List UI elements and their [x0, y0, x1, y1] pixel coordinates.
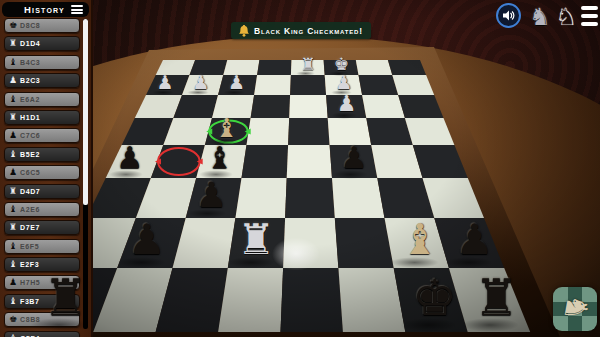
black-pawn-icon: ♟ — [9, 168, 20, 177]
black-bishop-icon: ♝ — [9, 242, 20, 251]
history-entry[interactable]: ♜D4D7 — [4, 184, 80, 199]
white-bishop-icon: ♝ — [9, 297, 20, 306]
history-entry[interactable]: ♜H1D1 — [4, 110, 80, 125]
white-rook-icon: ♜ — [9, 113, 20, 122]
history-move-text: F3B7 — [20, 298, 40, 305]
piece-white-rook-e7[interactable]: ♜ — [235, 219, 277, 261]
history-entry[interactable]: ♜D1D4 — [4, 36, 80, 51]
history-move-text: B2C3 — [20, 77, 40, 84]
history-entry[interactable]: ♜D7E7 — [4, 220, 80, 235]
banner-text: Black King Checkmated! — [254, 26, 363, 36]
history-entry[interactable]: ♟B2C3 — [4, 73, 80, 88]
fallen-piece-thumbnail[interactable]: ♞ — [553, 287, 597, 331]
piece-black-bishop-f5[interactable]: ♝ — [205, 143, 235, 173]
white-rook-icon: ♜ — [9, 223, 20, 232]
piece-black-pawn-h5[interactable]: ♟ — [115, 143, 145, 173]
history-move-text: E2F3 — [20, 261, 39, 268]
history-move-text: E6A2 — [20, 96, 40, 103]
piece-black-king-b8[interactable]: ♚ — [410, 273, 460, 323]
piece-white-pawn-h2[interactable]: ♟ — [156, 73, 175, 92]
piece-black-pawn-c5[interactable]: ♟ — [339, 143, 369, 173]
black-pawn-icon: ♟ — [9, 131, 20, 140]
metal-knight-icon[interactable]: ♞ — [527, 2, 553, 32]
piece-white-bishop-b7[interactable]: ♝ — [399, 219, 441, 261]
history-entry[interactable]: ♟C6C5 — [4, 165, 80, 180]
history-move-text: D4D7 — [20, 188, 40, 195]
history-title: History — [24, 4, 71, 15]
piece-black-pawn-g7[interactable]: ♟ — [126, 219, 168, 261]
history-entry[interactable]: ♝B4C3 — [4, 55, 80, 70]
history-move-text: E6F5 — [20, 243, 39, 250]
white-rook-icon: ♜ — [9, 187, 20, 196]
black-bishop-icon: ♝ — [9, 58, 20, 67]
piece-white-pawn-c3[interactable]: ♟ — [336, 93, 358, 115]
sound-icon[interactable] — [496, 3, 521, 28]
history-move-text: H1D1 — [20, 114, 40, 121]
piece-black-rook-h8[interactable]: ♜ — [40, 273, 90, 323]
piece-white-pawn-g2[interactable]: ♟ — [191, 73, 210, 92]
history-move-text: D1D4 — [20, 40, 40, 47]
white-bishop-icon: ♝ — [9, 260, 20, 269]
history-move-text: D8C8 — [20, 22, 40, 29]
history-move-text: A2E6 — [20, 206, 40, 213]
history-entry[interactable]: ♝B5E2 — [4, 147, 80, 162]
history-move-text: B4C3 — [20, 59, 40, 66]
history-menu-icon[interactable] — [71, 5, 83, 14]
history-move-text: C6C5 — [20, 169, 40, 176]
piece-white-rook-d1[interactable]: ♜ — [299, 56, 316, 73]
piece-white-pawn-f2[interactable]: ♟ — [227, 73, 246, 92]
black-king-icon: ♚ — [9, 315, 20, 324]
history-move-text: B5E2 — [20, 151, 40, 158]
white-bishop-icon: ♝ — [9, 150, 20, 159]
fallen-piece-icon: ♞ — [556, 288, 595, 327]
history-move-text: H7H5 — [20, 279, 40, 286]
black-bishop-icon: ♝ — [9, 95, 20, 104]
history-move-text: C7C6 — [20, 132, 40, 139]
history-entry[interactable]: ♚D8C8 — [4, 18, 80, 33]
white-bishop-icon: ♝ — [9, 334, 20, 337]
history-entry[interactable]: ♟C7C6 — [4, 128, 80, 143]
light-flare — [270, 236, 322, 272]
game-screen: ♚♜♟♟♟♟♟♝♝♟♟♟♝♜♟♟♜♚♜ History ♚D8C8♜D1D4♝B… — [0, 0, 600, 337]
piece-black-pawn-a7[interactable]: ♟ — [453, 219, 495, 261]
bell-icon — [239, 25, 249, 37]
piece-white-bishop-f4[interactable]: ♝ — [213, 115, 239, 141]
white-rook-icon: ♜ — [9, 39, 20, 48]
black-king-icon: ♚ — [9, 21, 20, 30]
history-header: History — [2, 2, 89, 17]
black-pawn-icon: ♟ — [9, 278, 20, 287]
history-entry[interactable]: ♝E6F5 — [4, 239, 80, 254]
knight-logo-icon[interactable]: ♘ — [553, 2, 579, 32]
black-bishop-icon: ♝ — [9, 205, 20, 214]
piece-black-rook-a8[interactable]: ♜ — [471, 273, 521, 323]
history-entry[interactable]: ♝E6A2 — [4, 92, 80, 107]
hamburger-menu-icon[interactable] — [581, 6, 598, 26]
piece-white-pawn-c2[interactable]: ♟ — [334, 73, 353, 92]
piece-black-pawn-f6[interactable]: ♟ — [194, 178, 229, 213]
history-move-text: D7E7 — [20, 224, 40, 231]
history-entry[interactable]: ♝A2E6 — [4, 202, 80, 217]
checkmate-banner: Black King Checkmated! — [231, 22, 371, 39]
white-pawn-icon: ♟ — [9, 76, 20, 85]
